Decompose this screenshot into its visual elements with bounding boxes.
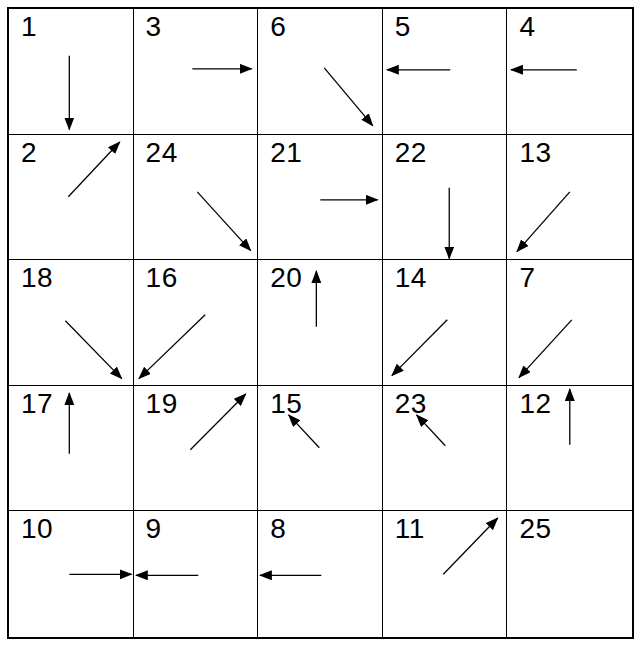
- cell-3: 3: [134, 9, 259, 135]
- cell-6: 6: [258, 9, 383, 135]
- cell-8: 8: [258, 511, 383, 637]
- cell-number: 22: [395, 137, 427, 169]
- cell-21: 21: [258, 135, 383, 261]
- cell-15: 15: [258, 386, 383, 512]
- cell-number: 15: [270, 388, 302, 420]
- cell-9: 9: [134, 511, 259, 637]
- cell-10: 10: [9, 511, 134, 637]
- cell-number: 4: [519, 11, 535, 43]
- cell-number: 17: [21, 388, 53, 420]
- cell-number: 24: [146, 137, 178, 169]
- cell-24: 24: [134, 135, 259, 261]
- cell-number: 5: [395, 11, 411, 43]
- cell-2: 2: [9, 135, 134, 261]
- cell-number: 8: [270, 513, 286, 545]
- cell-20: 20: [258, 260, 383, 386]
- cell-7: 7: [507, 260, 632, 386]
- cell-number: 11: [395, 513, 425, 545]
- cell-5: 5: [383, 9, 508, 135]
- cell-number: 3: [146, 11, 162, 43]
- cell-number: 10: [21, 513, 53, 545]
- cell-number: 1: [21, 11, 37, 43]
- cell-1: 1: [9, 9, 134, 135]
- cell-19: 19: [134, 386, 259, 512]
- cell-11: 11: [383, 511, 508, 637]
- cell-23: 23: [383, 386, 508, 512]
- cell-14: 14: [383, 260, 508, 386]
- cell-number: 6: [270, 11, 286, 43]
- cell-25: 25: [507, 511, 632, 637]
- cell-number: 2: [21, 137, 37, 169]
- cell-number: 12: [519, 388, 551, 420]
- cell-number: 21: [270, 137, 302, 169]
- cell-number: 20: [270, 262, 302, 294]
- cell-17: 17: [9, 386, 134, 512]
- arrow-maze-board: 1365422421221318162014717191523121098112…: [7, 7, 634, 639]
- cell-16: 16: [134, 260, 259, 386]
- cell-number: 13: [519, 137, 551, 169]
- cell-number: 16: [146, 262, 178, 294]
- cell-18: 18: [9, 260, 134, 386]
- cell-number: 14: [395, 262, 427, 294]
- cell-number: 7: [519, 262, 535, 294]
- cell-22: 22: [383, 135, 508, 261]
- cell-number: 23: [395, 388, 427, 420]
- cell-number: 9: [146, 513, 162, 545]
- cell-number: 18: [21, 262, 53, 294]
- cell-number: 19: [146, 388, 178, 420]
- cell-number: 25: [519, 513, 551, 545]
- cell-13: 13: [507, 135, 632, 261]
- cell-4: 4: [507, 9, 632, 135]
- cell-12: 12: [507, 386, 632, 512]
